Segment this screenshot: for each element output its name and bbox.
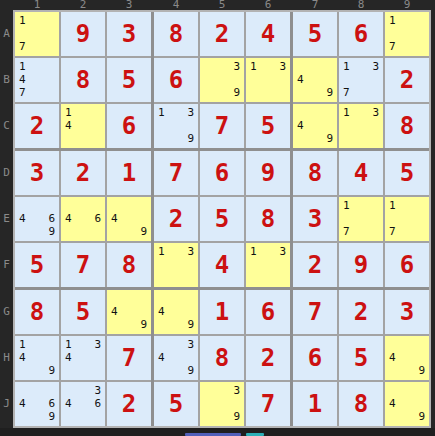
solved-digit: 3 (385, 290, 429, 334)
solved-digit: 7 (61, 243, 105, 287)
candidate-grid: 49 (107, 290, 151, 334)
row-labels: ABCDEFGHJ (0, 12, 13, 426)
cell-B8[interactable]: 137 (339, 58, 383, 102)
cell-B4[interactable]: 6 (154, 58, 198, 102)
candidate-9: 9 (413, 410, 425, 423)
solved-digit: 8 (385, 104, 429, 148)
candidate-3: 3 (367, 106, 379, 119)
candidate-1: 1 (343, 60, 355, 73)
row-label-A: A (0, 12, 13, 56)
box-1: 1793147852146 (15, 12, 151, 148)
solved-digit: 9 (339, 243, 383, 287)
cell-G6[interactable]: 6 (246, 290, 290, 334)
candidate-3: 3 (182, 338, 194, 351)
box-8: 4916349825397 (154, 290, 290, 426)
candidate-1: 1 (389, 199, 401, 212)
row-label-H: H (0, 336, 13, 380)
candidate-4: 4 (389, 351, 401, 364)
solved-digit: 2 (107, 382, 151, 426)
candidate-7: 7 (343, 225, 355, 238)
candidate-3: 3 (228, 384, 240, 397)
row-label-E: E (0, 197, 13, 241)
box-9: 72365491849 (293, 290, 429, 426)
solved-digit: 5 (61, 290, 105, 334)
candidate-7: 7 (19, 86, 31, 99)
cell-D1[interactable]: 3 (15, 151, 59, 195)
cell-J4[interactable]: 5 (154, 382, 198, 426)
cell-E7[interactable]: 3 (293, 197, 337, 241)
candidate-9: 9 (182, 318, 194, 331)
candidate-4: 4 (158, 305, 170, 318)
box-6: 84531717296 (293, 151, 429, 287)
cell-D6[interactable]: 9 (246, 151, 290, 195)
cell-H3[interactable]: 7 (107, 336, 151, 380)
cell-F5[interactable]: 4 (200, 243, 244, 287)
cell-G5[interactable]: 1 (200, 290, 244, 334)
candidate-1: 1 (19, 14, 31, 27)
cell-C9[interactable]: 8 (385, 104, 429, 148)
col-label-9: 9 (385, 0, 429, 10)
row-label-J: J (0, 382, 13, 426)
solved-digit: 6 (385, 243, 429, 287)
cell-H6[interactable]: 2 (246, 336, 290, 380)
box-2: 8246391313975 (154, 12, 290, 148)
col-label-3: 3 (107, 0, 151, 10)
candidate-grid: 17 (385, 197, 429, 241)
sudoku-board: 1793147852146824639131397556174913724913… (13, 10, 431, 428)
cell-E2[interactable]: 46 (61, 197, 105, 241)
solved-digit: 9 (246, 151, 290, 195)
candidate-9: 9 (413, 364, 425, 377)
col-label-2: 2 (61, 0, 105, 10)
candidate-9: 9 (43, 410, 55, 423)
solved-digit: 2 (15, 104, 59, 148)
cell-B9[interactable]: 2 (385, 58, 429, 102)
box-4: 3214694649578 (15, 151, 151, 287)
column-labels: 123456789 (15, 0, 429, 10)
cell-E4[interactable]: 2 (154, 197, 198, 241)
candidate-4: 4 (65, 212, 77, 225)
cell-F9[interactable]: 6 (385, 243, 429, 287)
solved-digit: 7 (200, 104, 244, 148)
candidate-1: 1 (250, 245, 262, 258)
candidate-3: 3 (182, 106, 194, 119)
row-label-C: C (0, 104, 13, 148)
candidate-3: 3 (89, 338, 101, 351)
candidate-1: 1 (343, 106, 355, 119)
solved-digit: 5 (385, 151, 429, 195)
cell-F3[interactable]: 8 (107, 243, 151, 287)
cell-G8[interactable]: 2 (339, 290, 383, 334)
cell-A6[interactable]: 4 (246, 12, 290, 56)
cell-D4[interactable]: 7 (154, 151, 198, 195)
cell-C8[interactable]: 13 (339, 104, 383, 148)
candidate-1: 1 (65, 338, 77, 351)
solved-digit: 8 (154, 12, 198, 56)
cell-B1[interactable]: 147 (15, 58, 59, 102)
solved-digit: 6 (246, 290, 290, 334)
candidate-1: 1 (158, 106, 170, 119)
cell-A7[interactable]: 5 (293, 12, 337, 56)
cell-E9[interactable]: 17 (385, 197, 429, 241)
cell-E6[interactable]: 8 (246, 197, 290, 241)
candidate-1: 1 (389, 14, 401, 27)
candidate-grid: 39 (200, 382, 244, 426)
cell-H5[interactable]: 8 (200, 336, 244, 380)
candidate-grid: 49 (385, 336, 429, 380)
candidate-grid: 17 (15, 12, 59, 56)
cell-J9[interactable]: 49 (385, 382, 429, 426)
candidate-7: 7 (343, 86, 355, 99)
solved-digit: 3 (15, 151, 59, 195)
candidate-grid: 346 (61, 382, 105, 426)
solved-digit: 6 (339, 12, 383, 56)
cell-F6[interactable]: 13 (246, 243, 290, 287)
candidate-9: 9 (135, 318, 147, 331)
cell-G7[interactable]: 7 (293, 290, 337, 334)
solved-digit: 2 (154, 197, 198, 241)
candidate-grid: 14 (61, 104, 105, 148)
solved-digit: 5 (293, 12, 337, 56)
candidate-grid: 13 (246, 58, 290, 102)
cell-H2[interactable]: 134 (61, 336, 105, 380)
cell-C7[interactable]: 49 (293, 104, 337, 148)
solved-digit: 3 (107, 12, 151, 56)
candidate-9: 9 (182, 132, 194, 145)
cell-J1[interactable]: 469 (15, 382, 59, 426)
candidate-6: 6 (43, 212, 55, 225)
candidate-4: 4 (19, 212, 31, 225)
col-label-8: 8 (339, 0, 383, 10)
cell-E8[interactable]: 17 (339, 197, 383, 241)
candidate-9: 9 (43, 225, 55, 238)
candidate-1: 1 (19, 60, 31, 73)
cell-F2[interactable]: 7 (61, 243, 105, 287)
solved-digit: 7 (107, 336, 151, 380)
cell-A5[interactable]: 2 (200, 12, 244, 56)
solved-digit: 7 (154, 151, 198, 195)
candidate-4: 4 (111, 212, 123, 225)
candidate-9: 9 (182, 364, 194, 377)
candidate-4: 4 (19, 351, 31, 364)
cell-H7[interactable]: 6 (293, 336, 337, 380)
cell-C5[interactable]: 7 (200, 104, 244, 148)
candidate-grid: 49 (385, 382, 429, 426)
cell-A3[interactable]: 3 (107, 12, 151, 56)
cell-B6[interactable]: 13 (246, 58, 290, 102)
candidate-9: 9 (135, 225, 147, 238)
solved-digit: 2 (385, 58, 429, 102)
solved-digit: 7 (293, 290, 337, 334)
candidate-9: 9 (228, 86, 240, 99)
cell-G9[interactable]: 3 (385, 290, 429, 334)
cell-C6[interactable]: 5 (246, 104, 290, 148)
candidate-4: 4 (65, 351, 77, 364)
box-7: 854914913474693462 (15, 290, 151, 426)
cell-G1[interactable]: 8 (15, 290, 59, 334)
candidate-grid: 13 (246, 243, 290, 287)
cell-D7[interactable]: 8 (293, 151, 337, 195)
candidate-grid: 469 (15, 197, 59, 241)
row-label-F: F (0, 243, 13, 287)
cell-F4[interactable]: 13 (154, 243, 198, 287)
solved-digit: 6 (200, 151, 244, 195)
solved-digit: 5 (339, 336, 383, 380)
candidate-4: 4 (389, 397, 401, 410)
cell-G3[interactable]: 49 (107, 290, 151, 334)
cell-G4[interactable]: 49 (154, 290, 198, 334)
cell-D2[interactable]: 2 (61, 151, 105, 195)
candidate-1: 1 (65, 106, 77, 119)
cell-H1[interactable]: 149 (15, 336, 59, 380)
cell-D8[interactable]: 4 (339, 151, 383, 195)
cell-D5[interactable]: 6 (200, 151, 244, 195)
cell-A4[interactable]: 8 (154, 12, 198, 56)
cell-C3[interactable]: 6 (107, 104, 151, 148)
col-label-6: 6 (246, 0, 290, 10)
row-label-B: B (0, 58, 13, 102)
solved-digit: 8 (246, 197, 290, 241)
candidate-grid: 49 (293, 104, 337, 148)
solved-digit: 4 (339, 151, 383, 195)
candidate-grid: 49 (293, 58, 337, 102)
solved-digit: 5 (200, 197, 244, 241)
cell-C4[interactable]: 139 (154, 104, 198, 148)
candidate-1: 1 (158, 245, 170, 258)
solved-digit: 4 (200, 243, 244, 287)
solved-digit: 5 (15, 243, 59, 287)
clipped-status-text (0, 428, 435, 436)
solved-digit: 6 (293, 336, 337, 380)
box-5: 76925813413 (154, 151, 290, 287)
candidate-3: 3 (274, 245, 286, 258)
solved-digit: 1 (293, 382, 337, 426)
candidate-4: 4 (297, 73, 309, 86)
candidate-3: 3 (182, 245, 194, 258)
cell-E1[interactable]: 469 (15, 197, 59, 241)
solved-digit: 8 (107, 243, 151, 287)
cell-B7[interactable]: 49 (293, 58, 337, 102)
sudoku-app-window: 123456789 ABCDEFGHJ 17931478521468246391… (0, 0, 435, 436)
candidate-4: 4 (65, 397, 77, 410)
candidate-3: 3 (274, 60, 286, 73)
cell-H9[interactable]: 49 (385, 336, 429, 380)
candidate-grid: 349 (154, 336, 198, 380)
cell-H4[interactable]: 349 (154, 336, 198, 380)
candidate-9: 9 (321, 86, 333, 99)
box-3: 561749137249138 (293, 12, 429, 148)
cell-J3[interactable]: 2 (107, 382, 151, 426)
candidate-9: 9 (43, 364, 55, 377)
cell-D3[interactable]: 1 (107, 151, 151, 195)
candidate-6: 6 (89, 397, 101, 410)
cell-J8[interactable]: 8 (339, 382, 383, 426)
cell-F7[interactable]: 2 (293, 243, 337, 287)
cell-A8[interactable]: 6 (339, 12, 383, 56)
cell-J6[interactable]: 7 (246, 382, 290, 426)
col-label-4: 4 (154, 0, 198, 10)
candidate-3: 3 (89, 384, 101, 397)
solved-digit: 2 (246, 336, 290, 380)
cell-F8[interactable]: 9 (339, 243, 383, 287)
candidate-grid: 13 (339, 104, 383, 148)
candidate-grid: 46 (61, 197, 105, 241)
solved-digit: 8 (200, 336, 244, 380)
cell-J5[interactable]: 39 (200, 382, 244, 426)
candidate-4: 4 (19, 73, 31, 86)
solved-digit: 5 (246, 104, 290, 148)
solved-digit: 6 (154, 58, 198, 102)
candidate-1: 1 (250, 60, 262, 73)
solved-digit: 8 (339, 382, 383, 426)
candidate-3: 3 (367, 60, 379, 73)
candidate-grid: 49 (154, 290, 198, 334)
candidate-7: 7 (19, 40, 31, 53)
candidate-grid: 149 (15, 336, 59, 380)
cell-J2[interactable]: 346 (61, 382, 105, 426)
candidate-grid: 134 (61, 336, 105, 380)
candidate-6: 6 (43, 397, 55, 410)
solved-digit: 6 (107, 104, 151, 148)
candidate-6: 6 (89, 212, 101, 225)
col-label-5: 5 (200, 0, 244, 10)
solved-digit: 3 (293, 197, 337, 241)
candidate-7: 7 (389, 40, 401, 53)
cell-G2[interactable]: 5 (61, 290, 105, 334)
solved-digit: 2 (339, 290, 383, 334)
cell-D9[interactable]: 5 (385, 151, 429, 195)
candidate-1: 1 (343, 199, 355, 212)
solved-digit: 5 (154, 382, 198, 426)
solved-digit: 2 (61, 151, 105, 195)
cell-A1[interactable]: 17 (15, 12, 59, 56)
candidate-9: 9 (228, 410, 240, 423)
candidate-1: 1 (19, 338, 31, 351)
cell-A9[interactable]: 17 (385, 12, 429, 56)
solved-digit: 8 (293, 151, 337, 195)
cell-J7[interactable]: 1 (293, 382, 337, 426)
candidate-grid: 147 (15, 58, 59, 102)
cell-C1[interactable]: 2 (15, 104, 59, 148)
cell-C2[interactable]: 14 (61, 104, 105, 148)
row-label-D: D (0, 151, 13, 195)
candidate-3: 3 (228, 60, 240, 73)
candidate-7: 7 (389, 225, 401, 238)
candidate-grid: 137 (339, 58, 383, 102)
row-label-G: G (0, 290, 13, 334)
candidate-4: 4 (297, 119, 309, 132)
candidate-4: 4 (65, 119, 77, 132)
cell-A2[interactable]: 9 (61, 12, 105, 56)
candidate-grid: 13 (154, 243, 198, 287)
candidate-grid: 17 (385, 12, 429, 56)
solved-digit: 4 (246, 12, 290, 56)
cell-B3[interactable]: 5 (107, 58, 151, 102)
col-label-7: 7 (293, 0, 337, 10)
solved-digit: 7 (246, 382, 290, 426)
cell-E3[interactable]: 49 (107, 197, 151, 241)
solved-digit: 2 (200, 12, 244, 56)
candidate-grid: 17 (339, 197, 383, 241)
solved-digit: 5 (107, 58, 151, 102)
solved-digit: 2 (293, 243, 337, 287)
solved-digit: 1 (200, 290, 244, 334)
solved-digit: 8 (15, 290, 59, 334)
candidate-grid: 49 (107, 197, 151, 241)
col-label-1: 1 (15, 0, 59, 10)
candidate-9: 9 (321, 132, 333, 145)
solved-digit: 1 (107, 151, 151, 195)
candidate-grid: 139 (154, 104, 198, 148)
cell-E5[interactable]: 5 (200, 197, 244, 241)
candidate-4: 4 (19, 397, 31, 410)
candidate-4: 4 (111, 305, 123, 318)
solved-digit: 8 (61, 58, 105, 102)
solved-digit: 9 (61, 12, 105, 56)
cell-F1[interactable]: 5 (15, 243, 59, 287)
candidate-grid: 469 (15, 382, 59, 426)
candidate-4: 4 (158, 351, 170, 364)
candidate-grid: 39 (200, 58, 244, 102)
cell-H8[interactable]: 5 (339, 336, 383, 380)
cell-B5[interactable]: 39 (200, 58, 244, 102)
cell-B2[interactable]: 8 (61, 58, 105, 102)
